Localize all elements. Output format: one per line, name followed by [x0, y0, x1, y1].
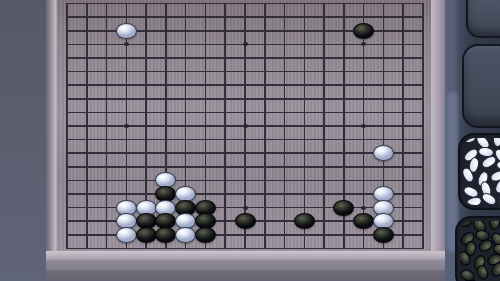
star-point [243, 42, 248, 46]
grid-line-horizontal [66, 193, 424, 195]
white-stone[interactable] [116, 23, 137, 39]
board-left-rail [46, 0, 57, 252]
grid-line-vertical [422, 3, 424, 250]
white-stone-bowl [458, 133, 500, 210]
star-point [243, 206, 248, 210]
black-stone[interactable] [353, 213, 374, 229]
grid-line-horizontal [66, 166, 424, 168]
table-left-edge [0, 0, 46, 281]
white-stone[interactable] [373, 145, 394, 161]
grid-line-horizontal [66, 152, 424, 154]
board-bottom-rail [46, 251, 445, 260]
star-point [361, 124, 366, 128]
black-stone[interactable] [195, 227, 216, 243]
grid-line-vertical [323, 3, 325, 250]
white-stone[interactable] [116, 227, 137, 243]
black-stone[interactable] [353, 23, 374, 39]
black-stone[interactable] [235, 213, 256, 229]
black-bowl-stone [488, 221, 500, 230]
grid-line-vertical [284, 3, 286, 250]
black-stone[interactable] [155, 227, 176, 243]
grid-line-vertical [402, 3, 404, 250]
grid-line-vertical [264, 3, 266, 250]
white-stone[interactable] [175, 227, 196, 243]
star-point [124, 42, 129, 46]
table-front-shadow [46, 270, 445, 281]
star-point [361, 42, 366, 46]
black-stone[interactable] [136, 227, 157, 243]
star-point [124, 124, 129, 128]
bowl-lid-small [466, 0, 500, 38]
star-point [361, 206, 366, 210]
star-point [243, 124, 248, 128]
grid-line-horizontal [66, 180, 424, 182]
black-stone[interactable] [373, 227, 394, 243]
black-bowl-stone [460, 221, 472, 227]
bowl-lid-large [462, 44, 500, 128]
side-tray [445, 0, 500, 281]
black-bowl-stone [475, 264, 490, 281]
black-stone[interactable] [294, 213, 315, 229]
black-stone-bowl [455, 216, 500, 281]
white-bowl-stone [463, 138, 476, 143]
white-bowl-stone [492, 138, 500, 147]
grid-line-horizontal [66, 139, 424, 141]
black-stone[interactable] [333, 200, 354, 216]
screenshot-frame [0, 0, 500, 281]
grid-line-horizontal [66, 248, 424, 250]
board-right-rail [431, 0, 445, 259]
go-board-grid[interactable] [57, 0, 431, 252]
black-stone-pile [460, 221, 500, 281]
white-stone-pile [463, 138, 500, 205]
